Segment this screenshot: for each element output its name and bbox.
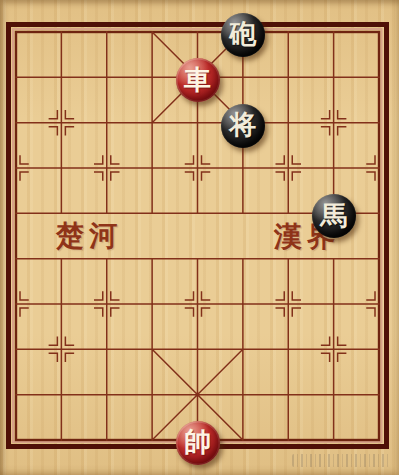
piece-glyph: 車	[184, 67, 211, 94]
piece-glyph: 帥	[184, 429, 211, 456]
piece-black-cannon[interactable]: 砲	[221, 13, 265, 57]
piece-black-general[interactable]: 将	[221, 104, 265, 148]
xiangqi-board: 楚河 漢界 砲車将馬帥	[0, 0, 399, 475]
piece-red-general[interactable]: 帥	[176, 421, 220, 465]
piece-black-horse[interactable]: 馬	[312, 194, 356, 238]
piece-glyph: 将	[229, 112, 256, 139]
piece-red-chariot[interactable]: 車	[176, 58, 220, 102]
piece-glyph: 砲	[229, 21, 256, 48]
piece-glyph: 馬	[320, 203, 347, 230]
pieces-layer: 砲車将馬帥	[0, 9, 399, 462]
